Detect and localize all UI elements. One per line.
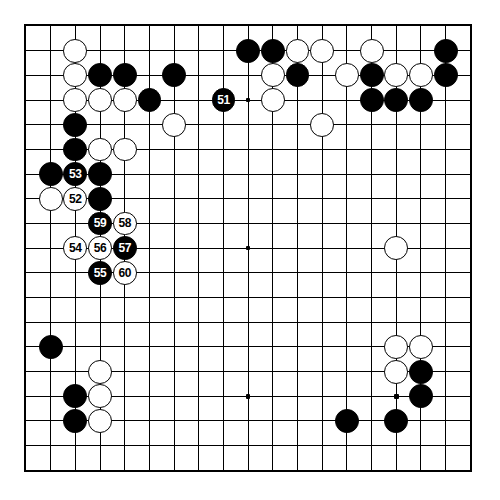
board-cell[interactable]	[137, 162, 162, 187]
board-cell[interactable]	[236, 186, 261, 211]
board-cell[interactable]	[433, 236, 458, 261]
board-cell[interactable]	[14, 186, 39, 211]
board-cell[interactable]	[310, 335, 335, 360]
board-cell[interactable]	[384, 335, 409, 360]
board-cell[interactable]	[359, 433, 384, 458]
board-cell[interactable]	[211, 112, 236, 137]
board-cell[interactable]	[186, 458, 211, 483]
board-cell[interactable]	[162, 335, 187, 360]
board-cell[interactable]	[458, 409, 483, 434]
board-cell[interactable]	[112, 433, 137, 458]
board-cell[interactable]	[433, 285, 458, 310]
board-cell[interactable]	[433, 359, 458, 384]
board-cell[interactable]	[359, 162, 384, 187]
board-cell[interactable]	[458, 211, 483, 236]
board-cell[interactable]	[137, 236, 162, 261]
board-cell[interactable]	[38, 137, 63, 162]
board-cell[interactable]	[14, 14, 39, 39]
board-cell[interactable]	[112, 409, 137, 434]
board-cell[interactable]	[335, 458, 360, 483]
board-cell[interactable]	[211, 335, 236, 360]
board-cell[interactable]	[186, 310, 211, 335]
board-cell[interactable]	[384, 112, 409, 137]
board-cell[interactable]	[137, 359, 162, 384]
board-cell[interactable]	[236, 409, 261, 434]
board-cell[interactable]	[63, 409, 88, 434]
board-cell[interactable]	[433, 335, 458, 360]
board-cell[interactable]	[211, 236, 236, 261]
board-cell[interactable]	[38, 14, 63, 39]
board-cell[interactable]	[409, 63, 434, 88]
board-cell[interactable]	[409, 359, 434, 384]
board-cell[interactable]	[458, 433, 483, 458]
board-cell[interactable]	[112, 88, 137, 113]
board-cell[interactable]	[359, 384, 384, 409]
board-cell[interactable]	[384, 63, 409, 88]
board-cell[interactable]	[63, 137, 88, 162]
board-cell[interactable]	[236, 162, 261, 187]
board-cell[interactable]	[236, 38, 261, 63]
board-cell[interactable]	[261, 409, 286, 434]
board-cell[interactable]	[458, 384, 483, 409]
board-cell[interactable]	[112, 310, 137, 335]
board-cell[interactable]	[186, 112, 211, 137]
board-cell[interactable]	[458, 335, 483, 360]
board-cell[interactable]	[384, 88, 409, 113]
board-cell[interactable]	[433, 458, 458, 483]
board-cell[interactable]: 57	[112, 236, 137, 261]
board-cell[interactable]	[137, 63, 162, 88]
board-cell[interactable]	[162, 211, 187, 236]
board-cell[interactable]: 58	[112, 211, 137, 236]
board-cell[interactable]	[384, 186, 409, 211]
board-cell[interactable]	[335, 285, 360, 310]
board-cell[interactable]	[409, 88, 434, 113]
board-cell[interactable]	[236, 384, 261, 409]
board-cell[interactable]	[14, 112, 39, 137]
board-cell[interactable]	[261, 359, 286, 384]
board-cell[interactable]	[285, 384, 310, 409]
board-cell[interactable]	[88, 63, 113, 88]
board-cell[interactable]	[88, 384, 113, 409]
board-cell[interactable]	[409, 335, 434, 360]
board-cell[interactable]	[112, 38, 137, 63]
board-cell[interactable]	[310, 137, 335, 162]
board-cell[interactable]	[285, 261, 310, 286]
board-cell[interactable]	[236, 310, 261, 335]
board-cell[interactable]	[137, 409, 162, 434]
board-cell[interactable]	[335, 63, 360, 88]
board-cell[interactable]	[261, 14, 286, 39]
board-cell[interactable]	[458, 261, 483, 286]
board-cell[interactable]	[38, 63, 63, 88]
board-cell[interactable]	[310, 261, 335, 286]
board-cell[interactable]: 55	[88, 261, 113, 286]
board-cell[interactable]	[162, 409, 187, 434]
board-cell[interactable]	[335, 409, 360, 434]
board-cell[interactable]	[14, 137, 39, 162]
board-cell[interactable]	[14, 88, 39, 113]
board-cell[interactable]	[335, 236, 360, 261]
board-cell[interactable]	[409, 384, 434, 409]
board-cell[interactable]	[409, 261, 434, 286]
board-cell[interactable]	[137, 285, 162, 310]
board-cell[interactable]: 54	[63, 236, 88, 261]
board-cell[interactable]	[433, 112, 458, 137]
board-cell[interactable]	[359, 14, 384, 39]
board-cell[interactable]: 51	[211, 88, 236, 113]
board-cell[interactable]	[261, 137, 286, 162]
board-cell[interactable]	[285, 162, 310, 187]
board-cell[interactable]	[261, 63, 286, 88]
board-cell[interactable]	[88, 14, 113, 39]
board-cell[interactable]	[359, 211, 384, 236]
board-cell[interactable]	[458, 458, 483, 483]
board-cell[interactable]	[458, 14, 483, 39]
board-cell[interactable]	[14, 384, 39, 409]
board-cell[interactable]	[112, 186, 137, 211]
board-cell[interactable]	[458, 137, 483, 162]
board-cell[interactable]	[14, 310, 39, 335]
board-cell[interactable]	[433, 310, 458, 335]
board-cell[interactable]	[236, 433, 261, 458]
board-cell[interactable]	[335, 112, 360, 137]
board-cell[interactable]	[458, 310, 483, 335]
board-cell[interactable]	[186, 236, 211, 261]
board-cell[interactable]	[137, 211, 162, 236]
board-cell[interactable]	[137, 433, 162, 458]
board-cell[interactable]	[211, 384, 236, 409]
board-cell[interactable]	[261, 38, 286, 63]
board-cell[interactable]	[137, 112, 162, 137]
board-cell[interactable]	[88, 162, 113, 187]
board-cell[interactable]	[162, 162, 187, 187]
board-cell[interactable]	[211, 409, 236, 434]
board-cell[interactable]	[112, 137, 137, 162]
board-cell[interactable]	[409, 162, 434, 187]
board-cell[interactable]	[285, 310, 310, 335]
board-cell[interactable]	[137, 384, 162, 409]
board-cell[interactable]	[285, 335, 310, 360]
board-cell[interactable]	[409, 458, 434, 483]
board-cell[interactable]	[137, 186, 162, 211]
board-cell[interactable]	[236, 88, 261, 113]
board-cell[interactable]	[14, 162, 39, 187]
board-cell[interactable]	[409, 112, 434, 137]
board-cell[interactable]	[162, 38, 187, 63]
board-cell[interactable]	[335, 162, 360, 187]
board-cell[interactable]	[409, 236, 434, 261]
board-cell[interactable]	[285, 137, 310, 162]
board-cell[interactable]	[14, 335, 39, 360]
board-cell[interactable]	[236, 236, 261, 261]
board-cell[interactable]	[310, 236, 335, 261]
board-cell[interactable]	[211, 211, 236, 236]
board-cell[interactable]	[359, 310, 384, 335]
board-cell[interactable]	[409, 38, 434, 63]
board-cell[interactable]	[162, 261, 187, 286]
board-cell[interactable]	[112, 384, 137, 409]
board-cell[interactable]	[310, 162, 335, 187]
board-cell[interactable]	[310, 38, 335, 63]
board-cell[interactable]	[186, 433, 211, 458]
board-cell[interactable]	[38, 211, 63, 236]
board-cell[interactable]	[162, 458, 187, 483]
board-cell[interactable]	[38, 433, 63, 458]
board-cell[interactable]	[261, 285, 286, 310]
board-cell[interactable]	[186, 285, 211, 310]
board-cell[interactable]	[335, 310, 360, 335]
board-cell[interactable]	[310, 285, 335, 310]
board-cell[interactable]	[359, 285, 384, 310]
board-cell[interactable]	[335, 433, 360, 458]
board-cell[interactable]	[38, 88, 63, 113]
board-cell[interactable]	[384, 261, 409, 286]
board-cell[interactable]	[384, 236, 409, 261]
board-cell[interactable]	[63, 458, 88, 483]
board-cell[interactable]	[433, 409, 458, 434]
board-cell[interactable]	[433, 384, 458, 409]
board-cell[interactable]	[310, 409, 335, 434]
board-cell[interactable]	[409, 409, 434, 434]
board-cell[interactable]	[112, 359, 137, 384]
board-cell[interactable]	[186, 359, 211, 384]
board-cell[interactable]	[285, 359, 310, 384]
board-cell[interactable]	[285, 63, 310, 88]
board-cell[interactable]: 56	[88, 236, 113, 261]
board-cell[interactable]	[433, 162, 458, 187]
board-cell[interactable]	[359, 458, 384, 483]
board-cell[interactable]	[261, 384, 286, 409]
board-cell[interactable]	[211, 285, 236, 310]
board-cell[interactable]	[236, 458, 261, 483]
board-cell[interactable]	[38, 112, 63, 137]
board-cell[interactable]	[310, 63, 335, 88]
board-cell[interactable]	[88, 137, 113, 162]
board-cell[interactable]	[335, 14, 360, 39]
board-cell[interactable]	[261, 433, 286, 458]
board-cell[interactable]	[88, 186, 113, 211]
board-cell[interactable]	[14, 63, 39, 88]
board-cell[interactable]	[162, 186, 187, 211]
board-cell[interactable]	[211, 433, 236, 458]
board-cell[interactable]	[63, 433, 88, 458]
board-cell[interactable]	[162, 63, 187, 88]
board-cell[interactable]	[310, 384, 335, 409]
board-cell[interactable]	[458, 38, 483, 63]
board-cell[interactable]	[310, 458, 335, 483]
board-cell[interactable]	[359, 63, 384, 88]
board-cell[interactable]	[285, 14, 310, 39]
board-cell[interactable]	[409, 433, 434, 458]
board-cell[interactable]	[384, 162, 409, 187]
board-cell[interactable]	[112, 335, 137, 360]
board-cell[interactable]	[310, 359, 335, 384]
board-cell[interactable]	[285, 88, 310, 113]
board-cell[interactable]	[359, 137, 384, 162]
board-cell[interactable]	[211, 261, 236, 286]
board-cell[interactable]	[359, 88, 384, 113]
board-cell[interactable]	[433, 186, 458, 211]
board-cell[interactable]	[285, 236, 310, 261]
board-cell[interactable]	[137, 310, 162, 335]
board-cell[interactable]	[112, 112, 137, 137]
board-cell[interactable]	[137, 38, 162, 63]
board-cell[interactable]	[186, 137, 211, 162]
board-cell[interactable]	[261, 310, 286, 335]
board-cell[interactable]	[211, 310, 236, 335]
board-cell[interactable]	[137, 458, 162, 483]
board-cell[interactable]	[384, 384, 409, 409]
board-cell[interactable]	[359, 359, 384, 384]
board-cell[interactable]	[14, 236, 39, 261]
board-cell[interactable]	[285, 211, 310, 236]
board-cell[interactable]	[335, 384, 360, 409]
board-cell[interactable]	[285, 433, 310, 458]
board-cell[interactable]	[38, 261, 63, 286]
board-cell[interactable]	[236, 63, 261, 88]
board-cell[interactable]	[384, 137, 409, 162]
board-cell[interactable]	[384, 458, 409, 483]
board-cell[interactable]	[162, 112, 187, 137]
board-cell[interactable]	[38, 186, 63, 211]
board-cell[interactable]	[261, 211, 286, 236]
board-cell[interactable]	[211, 137, 236, 162]
board-cell[interactable]	[211, 63, 236, 88]
board-cell[interactable]	[236, 211, 261, 236]
board-cell[interactable]	[88, 335, 113, 360]
board-cell[interactable]	[261, 261, 286, 286]
board-cell[interactable]	[285, 409, 310, 434]
board-cell[interactable]	[88, 458, 113, 483]
board-cell[interactable]	[88, 310, 113, 335]
board-cell[interactable]	[63, 211, 88, 236]
board-cell[interactable]	[88, 433, 113, 458]
board-cell[interactable]	[162, 359, 187, 384]
board-cell[interactable]	[236, 137, 261, 162]
board-cell[interactable]	[409, 285, 434, 310]
board-cell[interactable]	[236, 335, 261, 360]
board-cell[interactable]	[63, 63, 88, 88]
board-cell[interactable]	[261, 236, 286, 261]
board-cell[interactable]	[38, 38, 63, 63]
board-cell[interactable]	[285, 285, 310, 310]
board-cell[interactable]	[409, 14, 434, 39]
board-cell[interactable]	[458, 162, 483, 187]
board-cell[interactable]	[384, 285, 409, 310]
board-cell[interactable]	[384, 211, 409, 236]
board-cell[interactable]	[112, 458, 137, 483]
board-cell[interactable]	[112, 162, 137, 187]
board-cell[interactable]	[310, 433, 335, 458]
board-cell[interactable]	[310, 186, 335, 211]
board-cell[interactable]	[236, 359, 261, 384]
board-cell[interactable]	[359, 38, 384, 63]
board-cell[interactable]	[186, 261, 211, 286]
board-cell[interactable]	[14, 359, 39, 384]
board-cell[interactable]	[359, 186, 384, 211]
board-cell[interactable]	[310, 112, 335, 137]
board-cell[interactable]	[409, 211, 434, 236]
board-cell[interactable]	[409, 310, 434, 335]
board-cell[interactable]	[38, 285, 63, 310]
board-cell[interactable]	[112, 14, 137, 39]
board-cell[interactable]: 59	[88, 211, 113, 236]
board-cell[interactable]	[63, 38, 88, 63]
board-cell[interactable]	[63, 310, 88, 335]
board-cell[interactable]	[384, 14, 409, 39]
board-cell[interactable]	[137, 88, 162, 113]
board-cell[interactable]	[162, 236, 187, 261]
board-cell[interactable]	[409, 137, 434, 162]
board-cell[interactable]	[335, 359, 360, 384]
board-cell[interactable]	[137, 335, 162, 360]
board-cell[interactable]	[261, 112, 286, 137]
board-cell[interactable]	[384, 433, 409, 458]
board-cell[interactable]	[359, 409, 384, 434]
board-cell[interactable]	[384, 310, 409, 335]
board-cell[interactable]	[285, 38, 310, 63]
board-cell[interactable]	[261, 335, 286, 360]
board-cell[interactable]	[211, 186, 236, 211]
board-cell[interactable]	[335, 88, 360, 113]
board-cell[interactable]	[38, 162, 63, 187]
board-cell[interactable]	[186, 211, 211, 236]
board-cell[interactable]	[285, 112, 310, 137]
board-cell[interactable]	[38, 236, 63, 261]
board-cell[interactable]	[162, 433, 187, 458]
board-cell[interactable]	[38, 384, 63, 409]
board-cell[interactable]	[433, 211, 458, 236]
board-cell[interactable]	[88, 38, 113, 63]
board-cell[interactable]	[458, 88, 483, 113]
board-cell[interactable]	[63, 359, 88, 384]
board-cell[interactable]	[335, 186, 360, 211]
board-cell[interactable]	[63, 261, 88, 286]
board-cell[interactable]	[186, 384, 211, 409]
board-cell[interactable]	[162, 285, 187, 310]
board-cell[interactable]	[88, 112, 113, 137]
board-cell[interactable]	[359, 236, 384, 261]
board-cell[interactable]	[38, 409, 63, 434]
board-cell[interactable]	[211, 162, 236, 187]
board-cell[interactable]	[409, 186, 434, 211]
board-cell[interactable]	[137, 137, 162, 162]
board-cell[interactable]	[186, 63, 211, 88]
board-cell[interactable]	[38, 458, 63, 483]
board-cell[interactable]	[384, 359, 409, 384]
board-cell[interactable]	[14, 285, 39, 310]
board-cell[interactable]	[186, 409, 211, 434]
board-cell[interactable]	[261, 458, 286, 483]
board-cell[interactable]	[162, 88, 187, 113]
board-cell[interactable]	[236, 285, 261, 310]
board-cell[interactable]	[38, 335, 63, 360]
board-cell[interactable]	[384, 38, 409, 63]
board-cell[interactable]	[458, 359, 483, 384]
board-cell[interactable]	[433, 88, 458, 113]
board-cell[interactable]	[14, 211, 39, 236]
board-cell[interactable]	[14, 409, 39, 434]
board-cell[interactable]: 52	[63, 186, 88, 211]
board-cell[interactable]	[433, 14, 458, 39]
board-cell[interactable]	[14, 433, 39, 458]
board-cell[interactable]	[335, 137, 360, 162]
board-cell[interactable]	[310, 14, 335, 39]
board-cell[interactable]	[384, 409, 409, 434]
board-cell[interactable]	[458, 63, 483, 88]
board-cell[interactable]	[359, 112, 384, 137]
